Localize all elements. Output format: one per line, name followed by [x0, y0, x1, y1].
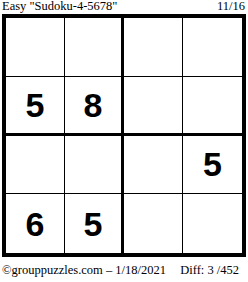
- cell-r4c4[interactable]: [183, 194, 242, 253]
- cell-r4c3[interactable]: [124, 194, 183, 253]
- page-number: 11/16: [217, 0, 245, 13]
- cell-r3c1[interactable]: [6, 136, 65, 195]
- puzzle-page: Easy "Sudoku-4-5678" 11/16 58565 ©groupp…: [0, 0, 248, 282]
- copyright-text: ©grouppuzzles.com – 1/18/2021: [2, 263, 166, 277]
- header: Easy "Sudoku-4-5678" 11/16: [2, 0, 245, 14]
- cell-r1c1[interactable]: [6, 18, 65, 77]
- difficulty-text: Diff: 3 /452: [180, 263, 239, 277]
- cell-r3c2[interactable]: [65, 136, 124, 195]
- cell-r3c4[interactable]: 5: [183, 136, 242, 195]
- cell-r1c2[interactable]: [65, 18, 124, 77]
- cell-r2c4[interactable]: [183, 77, 242, 136]
- cell-r2c3[interactable]: [124, 77, 183, 136]
- cell-r1c4[interactable]: [183, 18, 242, 77]
- sudoku-board: 58565: [2, 14, 246, 257]
- cell-r4c2[interactable]: 5: [65, 194, 124, 253]
- footer: ©grouppuzzles.com – 1/18/2021 Diff: 3 /4…: [2, 263, 239, 278]
- cell-r3c3[interactable]: [124, 136, 183, 195]
- puzzle-title: Easy "Sudoku-4-5678": [2, 0, 117, 13]
- cell-r2c2[interactable]: 8: [65, 77, 124, 136]
- cell-r2c1[interactable]: 5: [6, 77, 65, 136]
- cell-r1c3[interactable]: [124, 18, 183, 77]
- cell-r4c1[interactable]: 6: [6, 194, 65, 253]
